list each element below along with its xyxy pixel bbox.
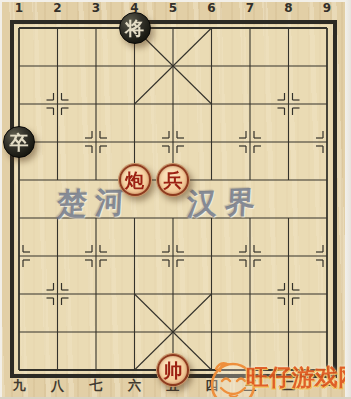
screen-edge — [0, 0, 351, 2]
file-label-top-6: 6 — [207, 1, 215, 15]
file-label-top-9: 9 — [323, 1, 331, 15]
piece-black-general[interactable]: 将 — [119, 12, 151, 44]
file-label-top-1: 1 — [15, 1, 23, 15]
file-label-bottom-1: 九 — [13, 377, 26, 395]
file-label-top-8: 8 — [284, 1, 292, 15]
piece-red-general[interactable]: 帅 — [157, 354, 189, 386]
file-label-top-5: 5 — [169, 1, 177, 15]
file-label-top-7: 7 — [246, 1, 254, 15]
file-label-bottom-3: 七 — [90, 377, 103, 395]
file-label-top-2: 2 — [53, 1, 61, 15]
xiangqi-board-screenshot: 123456789 九八七六五四三二一 楚河 汉界 将卒炮兵帅 旺仔游戏网 — [0, 0, 351, 399]
file-label-top-3: 3 — [92, 1, 100, 15]
screen-edge — [345, 0, 351, 399]
river-text-right: 汉界 — [186, 182, 264, 226]
file-label-bottom-2: 八 — [51, 377, 64, 395]
screen-edge — [0, 0, 2, 399]
piece-red-soldier[interactable]: 兵 — [157, 164, 189, 196]
file-label-bottom-4: 六 — [128, 377, 141, 395]
watermark-text: 旺仔游戏网 — [246, 362, 351, 393]
board-grid — [0, 0, 351, 399]
piece-black-soldier[interactable]: 卒 — [3, 126, 35, 158]
piece-red-cannon[interactable]: 炮 — [119, 164, 151, 196]
